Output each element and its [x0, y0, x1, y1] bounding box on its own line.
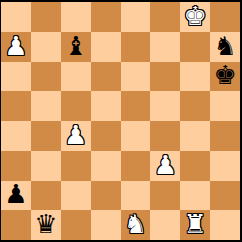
square-g2[interactable] [180, 181, 210, 211]
square-g6[interactable] [180, 62, 210, 92]
black-queen-icon: ♛ [34, 211, 57, 237]
square-b1[interactable]: ♛ [31, 210, 61, 240]
square-d7[interactable] [91, 32, 121, 62]
square-e5[interactable] [121, 91, 151, 121]
square-d6[interactable] [91, 62, 121, 92]
square-c8[interactable] [61, 2, 91, 32]
square-d5[interactable] [91, 91, 121, 121]
square-g5[interactable] [180, 91, 210, 121]
square-f5[interactable] [150, 91, 180, 121]
square-d1[interactable] [91, 210, 121, 240]
square-b3[interactable] [31, 151, 61, 181]
square-g7[interactable] [180, 32, 210, 62]
square-a5[interactable] [1, 91, 31, 121]
white-pawn-icon: ♟ [64, 122, 87, 148]
square-e1[interactable]: ♞ [121, 210, 151, 240]
square-h3[interactable] [210, 151, 240, 181]
square-b6[interactable] [31, 62, 61, 92]
square-g4[interactable] [180, 121, 210, 151]
square-h2[interactable] [210, 181, 240, 211]
square-g3[interactable] [180, 151, 210, 181]
square-e3[interactable] [121, 151, 151, 181]
black-knight-icon: ♞ [213, 33, 236, 59]
square-h1[interactable] [210, 210, 240, 240]
square-c2[interactable] [61, 181, 91, 211]
chess-board: ♚♟♝♞♚♟♟♟♛♞♜ [1, 2, 240, 240]
square-h4[interactable] [210, 121, 240, 151]
square-h5[interactable] [210, 91, 240, 121]
square-d4[interactable] [91, 121, 121, 151]
square-b7[interactable] [31, 32, 61, 62]
square-c1[interactable] [61, 210, 91, 240]
square-f1[interactable] [150, 210, 180, 240]
square-c5[interactable] [61, 91, 91, 121]
square-h8[interactable] [210, 2, 240, 32]
square-d8[interactable] [91, 2, 121, 32]
square-f2[interactable] [150, 181, 180, 211]
square-e2[interactable] [121, 181, 151, 211]
square-a7[interactable]: ♟ [1, 32, 31, 62]
square-h7[interactable]: ♞ [210, 32, 240, 62]
square-a6[interactable] [1, 62, 31, 92]
square-g8[interactable]: ♚ [180, 2, 210, 32]
square-a4[interactable] [1, 121, 31, 151]
square-e4[interactable] [121, 121, 151, 151]
square-f3[interactable]: ♟ [150, 151, 180, 181]
square-c4[interactable]: ♟ [61, 121, 91, 151]
square-d3[interactable] [91, 151, 121, 181]
square-c7[interactable]: ♝ [61, 32, 91, 62]
square-a2[interactable]: ♟ [1, 181, 31, 211]
square-d2[interactable] [91, 181, 121, 211]
square-a8[interactable] [1, 2, 31, 32]
white-rook-icon: ♜ [184, 211, 207, 237]
white-king-icon: ♚ [184, 3, 207, 29]
square-e8[interactable] [121, 2, 151, 32]
black-pawn-icon: ♟ [4, 181, 27, 207]
white-pawn-icon: ♟ [154, 152, 177, 178]
white-pawn-icon: ♟ [4, 33, 27, 59]
square-b8[interactable] [31, 2, 61, 32]
square-b2[interactable] [31, 181, 61, 211]
black-king-icon: ♚ [213, 62, 236, 88]
square-f6[interactable] [150, 62, 180, 92]
white-knight-icon: ♞ [124, 211, 147, 237]
square-g1[interactable]: ♜ [180, 210, 210, 240]
square-h6[interactable]: ♚ [210, 62, 240, 92]
black-bishop-icon: ♝ [64, 33, 87, 59]
square-b4[interactable] [31, 121, 61, 151]
square-c6[interactable] [61, 62, 91, 92]
square-e6[interactable] [121, 62, 151, 92]
square-f7[interactable] [150, 32, 180, 62]
square-b5[interactable] [31, 91, 61, 121]
square-e7[interactable] [121, 32, 151, 62]
square-f8[interactable] [150, 2, 180, 32]
square-f4[interactable] [150, 121, 180, 151]
square-a1[interactable] [1, 210, 31, 240]
board-frame: ♚♟♝♞♚♟♟♟♛♞♜ [0, 0, 242, 242]
square-a3[interactable] [1, 151, 31, 181]
square-c3[interactable] [61, 151, 91, 181]
